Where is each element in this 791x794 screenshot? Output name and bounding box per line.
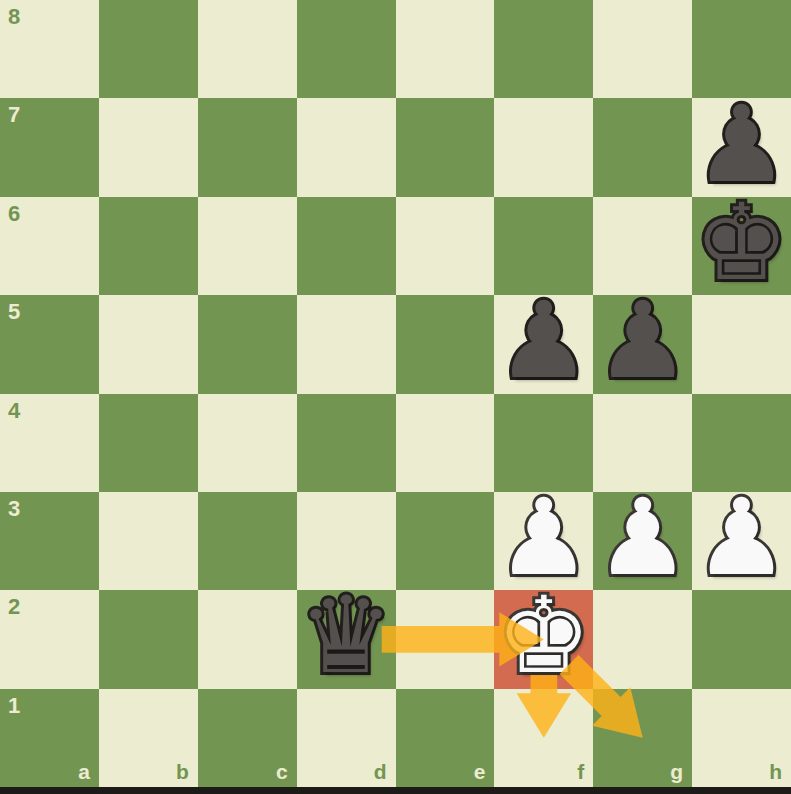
square-a2[interactable]: 2 [0,590,99,688]
square-e4[interactable] [396,394,495,492]
piece-white-king-f2[interactable]: ♚ [494,590,593,688]
square-b6[interactable] [99,197,198,295]
piece-black-pawn-f5[interactable]: ♟ [494,295,593,393]
square-c5[interactable] [198,295,297,393]
piece-white-pawn-h3[interactable]: ♟ [692,492,791,590]
square-h5[interactable] [692,295,791,393]
square-f8[interactable] [494,0,593,98]
piece-black-pawn-g5[interactable]: ♟ [593,295,692,393]
rank-label-8: 8 [8,6,20,28]
rank-label-1: 1 [8,695,20,717]
square-e2[interactable] [396,590,495,688]
rank-label-2: 2 [8,596,20,618]
square-b7[interactable] [99,98,198,196]
square-d4[interactable] [297,394,396,492]
chess-board: 87♟6♚5♟♟43♟♟♟2♛♚1abcdefgh [0,0,791,787]
square-e3[interactable] [396,492,495,590]
rank-label-5: 5 [8,301,20,323]
square-f5[interactable]: ♟ [494,295,593,393]
square-g7[interactable] [593,98,692,196]
square-g1[interactable]: g [593,689,692,787]
file-label-g: g [670,761,683,782]
square-f2[interactable]: ♚ [494,590,593,688]
square-b2[interactable] [99,590,198,688]
board-bottom-edge [0,787,791,794]
square-g5[interactable]: ♟ [593,295,692,393]
piece-black-queen-d2[interactable]: ♛ [297,590,396,688]
square-e6[interactable] [396,197,495,295]
square-c8[interactable] [198,0,297,98]
square-a4[interactable]: 4 [0,394,99,492]
square-f1[interactable]: f [494,689,593,787]
square-g8[interactable] [593,0,692,98]
file-label-b: b [176,761,189,782]
square-d5[interactable] [297,295,396,393]
square-d8[interactable] [297,0,396,98]
square-h2[interactable] [692,590,791,688]
square-h3[interactable]: ♟ [692,492,791,590]
square-b1[interactable]: b [99,689,198,787]
square-a8[interactable]: 8 [0,0,99,98]
square-d2[interactable]: ♛ [297,590,396,688]
square-h6[interactable]: ♚ [692,197,791,295]
square-d7[interactable] [297,98,396,196]
file-label-d: d [374,761,387,782]
square-c1[interactable]: c [198,689,297,787]
square-e8[interactable] [396,0,495,98]
square-g2[interactable] [593,590,692,688]
square-e7[interactable] [396,98,495,196]
square-a7[interactable]: 7 [0,98,99,196]
rank-label-6: 6 [8,203,20,225]
square-g3[interactable]: ♟ [593,492,692,590]
square-b5[interactable] [99,295,198,393]
square-b3[interactable] [99,492,198,590]
file-label-f: f [577,761,584,782]
file-label-h: h [769,761,782,782]
piece-black-king-h6[interactable]: ♚ [692,197,791,295]
square-a1[interactable]: 1a [0,689,99,787]
square-e1[interactable]: e [396,689,495,787]
square-c7[interactable] [198,98,297,196]
square-b8[interactable] [99,0,198,98]
file-label-c: c [276,761,288,782]
chess-board-app: 87♟6♚5♟♟43♟♟♟2♛♚1abcdefgh [0,0,791,794]
square-c2[interactable] [198,590,297,688]
square-a3[interactable]: 3 [0,492,99,590]
square-f7[interactable] [494,98,593,196]
square-c4[interactable] [198,394,297,492]
square-d6[interactable] [297,197,396,295]
square-c3[interactable] [198,492,297,590]
rank-label-3: 3 [8,498,20,520]
square-a6[interactable]: 6 [0,197,99,295]
square-b4[interactable] [99,394,198,492]
square-d1[interactable]: d [297,689,396,787]
square-a5[interactable]: 5 [0,295,99,393]
file-label-a: a [78,761,90,782]
piece-white-pawn-g3[interactable]: ♟ [593,492,692,590]
rank-label-4: 4 [8,400,20,422]
file-label-e: e [474,761,486,782]
square-c6[interactable] [198,197,297,295]
square-e5[interactable] [396,295,495,393]
rank-label-7: 7 [8,104,20,126]
square-h1[interactable]: h [692,689,791,787]
